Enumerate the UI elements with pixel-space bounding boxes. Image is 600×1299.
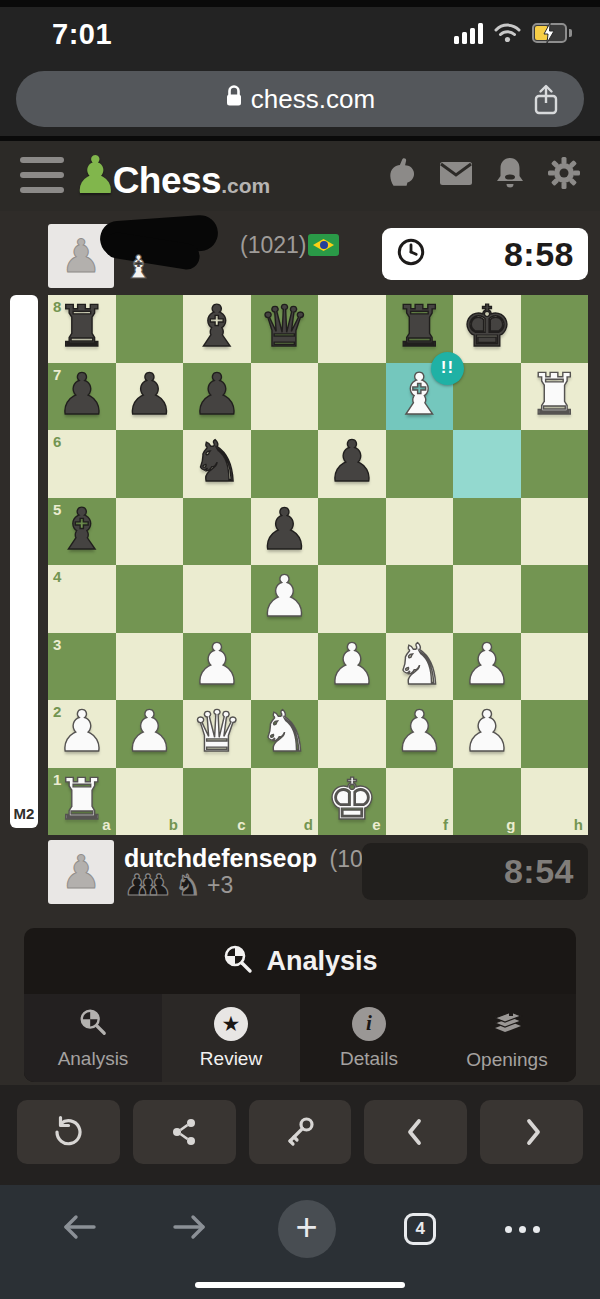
home-indicator <box>195 1282 405 1288</box>
browser-menu-icon[interactable] <box>505 1226 540 1233</box>
square-d8[interactable]: ♛ <box>251 295 319 363</box>
square-a2[interactable]: 2♟ <box>48 700 116 768</box>
square-a5[interactable]: 5♝ <box>48 498 116 566</box>
game-toolbar <box>17 1100 583 1164</box>
coord-file-d: d <box>304 817 313 832</box>
screen-top-edge <box>0 0 600 7</box>
coord-file-b: b <box>169 817 178 832</box>
square-c1[interactable]: c <box>183 768 251 836</box>
square-a7[interactable]: 7♟ <box>48 363 116 431</box>
cellular-signal-icon <box>454 22 483 44</box>
square-d1[interactable]: d <box>251 768 319 836</box>
square-c5[interactable] <box>183 498 251 566</box>
piece-wR-h7: ♜ <box>529 366 580 423</box>
square-a4[interactable]: 4 <box>48 565 116 633</box>
wifi-icon <box>494 23 521 43</box>
piece-bN-c6: ♞ <box>191 433 242 490</box>
square-c6[interactable]: ♞ <box>183 430 251 498</box>
lock-icon <box>225 84 243 115</box>
logo-pawn-icon: ♟ <box>72 145 119 205</box>
piece-bP-a7: ♟ <box>56 366 107 423</box>
player-time: 8:54 <box>504 852 574 891</box>
coord-file-h: h <box>574 817 583 832</box>
brazil-flag-icon <box>308 234 339 256</box>
square-h3[interactable] <box>521 633 589 701</box>
square-b3[interactable] <box>116 633 184 701</box>
square-c8[interactable]: ♝ <box>183 295 251 363</box>
square-e4[interactable] <box>318 565 386 633</box>
square-d7[interactable] <box>251 363 319 431</box>
analysis-tabs: Analysis ★ Review i Details <box>24 994 576 1082</box>
square-a8[interactable]: 8♜ <box>48 295 116 363</box>
square-f3[interactable]: ♞ <box>386 633 454 701</box>
logo-text: Chess <box>113 160 222 202</box>
square-d3[interactable] <box>251 633 319 701</box>
next-move-button[interactable] <box>480 1100 583 1164</box>
piece-wK-e1: ♚ <box>326 771 377 828</box>
analysis-panel: Analysis Analysis ★ Review i <box>24 928 576 1082</box>
square-e3[interactable]: ♟ <box>318 633 386 701</box>
coord-file-g: g <box>506 817 515 832</box>
captured-white-bishop: ♝ <box>124 248 153 286</box>
logo-suffix: .com <box>221 174 270 198</box>
square-a3[interactable]: 3 <box>48 633 116 701</box>
opponent-clock: 8:58 <box>382 228 588 280</box>
opponent-time: 8:58 <box>504 235 574 274</box>
piece-wP-c3: ♟ <box>191 636 242 693</box>
url-text: chess.com <box>251 84 375 115</box>
phone-screen: 7:01 <box>0 0 600 1299</box>
coord-file-f: f <box>443 817 448 832</box>
piece-bP-e6: ♟ <box>326 433 377 490</box>
square-e7[interactable] <box>318 363 386 431</box>
piece-wR-a1: ♜ <box>56 771 107 828</box>
browser-url-row: chess.com <box>0 62 600 136</box>
coord-rank-4: 4 <box>53 569 61 584</box>
piece-bR-a8: ♜ <box>56 298 107 355</box>
browser-forward-icon[interactable] <box>169 1211 209 1247</box>
key-moves-button[interactable] <box>249 1100 352 1164</box>
info-icon: i <box>352 1007 386 1041</box>
piece-wP-a2: ♟ <box>56 703 107 760</box>
square-g8[interactable]: ♚ <box>453 295 521 363</box>
square-f2[interactable]: ♟ <box>386 700 454 768</box>
square-e2[interactable] <box>318 700 386 768</box>
square-e6[interactable]: ♟ <box>318 430 386 498</box>
messages-icon[interactable] <box>438 155 474 191</box>
square-g4[interactable] <box>453 565 521 633</box>
square-c4[interactable] <box>183 565 251 633</box>
square-b7[interactable]: ♟ <box>116 363 184 431</box>
tab-openings[interactable]: Openings <box>438 994 576 1082</box>
square-e1[interactable]: e♚ <box>318 768 386 836</box>
piece-wN-d2: ♞ <box>259 703 310 760</box>
avatar-pawn-icon: ♟ <box>60 233 101 279</box>
new-tab-button[interactable]: + <box>278 1200 336 1258</box>
player-avatar[interactable]: ♟ <box>48 840 114 904</box>
chess-board: 8♜♝♛♜♚7♟♟♟♝♜6♞♟5♝♟4♟3♟♟♞♟2♟♟♛♞♟♟1a♜bcde♚… <box>48 295 588 835</box>
review-star-icon: ★ <box>214 1007 248 1041</box>
battery-charging-icon <box>532 23 572 43</box>
captured-black-knight: ♞ <box>175 868 201 902</box>
square-h8[interactable] <box>521 295 589 363</box>
square-f1[interactable]: f <box>386 768 454 836</box>
piece-bP-b7: ♟ <box>124 366 175 423</box>
square-a1[interactable]: 1a♜ <box>48 768 116 836</box>
player-clock: 8:54 <box>362 843 588 900</box>
square-h7[interactable]: ♜ <box>521 363 589 431</box>
square-f4[interactable] <box>386 565 454 633</box>
square-b4[interactable] <box>116 565 184 633</box>
status-bar: 7:01 <box>0 0 600 62</box>
evaluation-bar: M2 <box>10 295 38 828</box>
piece-wP-e3: ♟ <box>326 636 377 693</box>
square-c3[interactable]: ♟ <box>183 633 251 701</box>
piece-bP-c7: ♟ <box>191 366 242 423</box>
analysis-title: Analysis <box>266 946 377 977</box>
piece-bP-d5: ♟ <box>259 501 310 558</box>
square-c2[interactable]: ♛ <box>183 700 251 768</box>
square-g3[interactable]: ♟ <box>453 633 521 701</box>
piece-wQ-c2: ♛ <box>191 703 242 760</box>
piece-wP-g2: ♟ <box>461 703 512 760</box>
piece-bK-g8: ♚ <box>461 298 512 355</box>
openings-books-icon <box>489 1006 525 1042</box>
tab-analysis[interactable]: Analysis <box>24 994 162 1082</box>
square-f6[interactable] <box>386 430 454 498</box>
tab-switcher-button[interactable]: 4 <box>404 1213 436 1245</box>
analysis-header[interactable]: Analysis <box>24 928 576 994</box>
square-d2[interactable]: ♞ <box>251 700 319 768</box>
coord-file-c: c <box>237 817 245 832</box>
tab-review[interactable]: ★ Review <box>162 994 300 1082</box>
play-hand-icon[interactable] <box>384 155 420 191</box>
status-icons <box>454 22 572 44</box>
analysis-magnifier-icon <box>222 943 254 979</box>
piece-wP-b2: ♟ <box>124 703 175 760</box>
piece-wN-f3: ♞ <box>394 636 445 693</box>
avatar-pawn-icon: ♟ <box>60 849 101 895</box>
piece-bB-c8: ♝ <box>191 298 242 355</box>
undo-button[interactable] <box>17 1100 120 1164</box>
clock-icon <box>396 237 426 271</box>
menu-icon[interactable] <box>20 157 64 193</box>
mate-in-label: M2 <box>10 805 38 822</box>
square-e8[interactable] <box>318 295 386 363</box>
opponent-rating: (1021) <box>240 232 306 259</box>
app-header: ♟ Chess .com <box>0 141 600 211</box>
square-h4[interactable] <box>521 565 589 633</box>
square-g5[interactable] <box>453 498 521 566</box>
piece-wP-d4: ♟ <box>259 568 310 625</box>
tab-details[interactable]: i Details <box>300 994 438 1082</box>
share-page-icon[interactable] <box>530 83 562 123</box>
square-b6[interactable] <box>116 430 184 498</box>
square-b8[interactable] <box>116 295 184 363</box>
piece-bR-f8: ♜ <box>394 298 445 355</box>
captured-black-pawns: ♟♟♟ <box>124 868 157 902</box>
coord-rank-6: 6 <box>53 434 61 449</box>
square-d4[interactable]: ♟ <box>251 565 319 633</box>
square-d5[interactable]: ♟ <box>251 498 319 566</box>
square-g2[interactable]: ♟ <box>453 700 521 768</box>
square-b5[interactable] <box>116 498 184 566</box>
captured-pieces-row: ♟♟♟ ♞ +3 <box>124 868 233 902</box>
square-e5[interactable] <box>318 498 386 566</box>
share-button[interactable] <box>133 1100 236 1164</box>
piece-bQ-d8: ♛ <box>259 298 310 355</box>
square-b1[interactable]: b <box>116 768 184 836</box>
square-c7[interactable]: ♟ <box>183 363 251 431</box>
square-d6[interactable] <box>251 430 319 498</box>
square-h1[interactable]: h <box>521 768 589 836</box>
material-advantage: +3 <box>207 872 233 899</box>
status-time: 7:01 <box>52 18 112 51</box>
square-h2[interactable] <box>521 700 589 768</box>
settings-gear-icon[interactable] <box>546 155 582 191</box>
browser-back-icon[interactable] <box>60 1211 100 1247</box>
square-g6[interactable] <box>453 430 521 498</box>
address-bar[interactable]: chess.com <box>16 71 584 127</box>
analysis-tab-icon <box>78 1007 108 1041</box>
square-a6[interactable]: 6 <box>48 430 116 498</box>
piece-bB-a5: ♝ <box>56 501 107 558</box>
coord-rank-3: 3 <box>53 637 61 652</box>
browser-bottom-bar: + 4 <box>0 1185 600 1299</box>
square-g1[interactable]: g <box>453 768 521 836</box>
brilliant-move-badge: !! <box>431 352 464 385</box>
piece-wP-f2: ♟ <box>394 703 445 760</box>
previous-move-button[interactable] <box>364 1100 467 1164</box>
piece-wP-g3: ♟ <box>461 636 512 693</box>
square-h5[interactable] <box>521 498 589 566</box>
square-h6[interactable] <box>521 430 589 498</box>
chesscom-logo[interactable]: ♟ Chess .com <box>72 145 270 205</box>
alerts-bell-icon[interactable] <box>492 155 528 191</box>
square-b2[interactable]: ♟ <box>116 700 184 768</box>
square-f5[interactable] <box>386 498 454 566</box>
